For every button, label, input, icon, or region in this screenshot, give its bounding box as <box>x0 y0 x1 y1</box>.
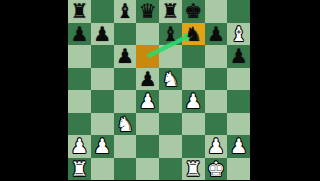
square-a2[interactable]: ♟ <box>68 135 91 158</box>
square-f4[interactable]: ♟ <box>182 90 205 113</box>
square-c5[interactable] <box>114 68 137 91</box>
square-c1[interactable] <box>114 158 137 181</box>
square-f6[interactable] <box>182 45 205 68</box>
black-queen-piece[interactable]: ♛ <box>136 0 159 23</box>
square-f2[interactable] <box>182 135 205 158</box>
black-pawn-piece[interactable]: ♟ <box>227 45 250 68</box>
square-b4[interactable] <box>91 90 114 113</box>
square-c4[interactable] <box>114 90 137 113</box>
square-b8[interactable] <box>91 0 114 23</box>
square-d2[interactable] <box>136 135 159 158</box>
square-f1[interactable]: ♜ <box>182 158 205 181</box>
square-g5[interactable] <box>205 68 228 91</box>
square-a3[interactable] <box>68 113 91 136</box>
square-b1[interactable] <box>91 158 114 181</box>
square-c2[interactable] <box>114 135 137 158</box>
letterbox-left-bar <box>0 0 68 180</box>
square-a5[interactable] <box>68 68 91 91</box>
black-rook-piece[interactable]: ♜ <box>68 0 91 23</box>
square-g1[interactable]: ♚ <box>205 158 228 181</box>
square-f3[interactable] <box>182 113 205 136</box>
square-c7[interactable] <box>114 23 137 46</box>
square-f8[interactable]: ♚ <box>182 0 205 23</box>
square-a4[interactable] <box>68 90 91 113</box>
square-g7[interactable]: ♟ <box>205 23 228 46</box>
square-h2[interactable]: ♟ <box>227 135 250 158</box>
white-rook-piece[interactable]: ♜ <box>68 158 91 181</box>
square-e3[interactable] <box>159 113 182 136</box>
square-e4[interactable] <box>159 90 182 113</box>
square-e5[interactable]: ♞ <box>159 68 182 91</box>
white-king-piece[interactable]: ♚ <box>205 158 228 181</box>
square-d8[interactable]: ♛ <box>136 0 159 23</box>
white-pawn-piece[interactable]: ♟ <box>68 135 91 158</box>
white-rook-piece[interactable]: ♜ <box>182 158 205 181</box>
square-h4[interactable] <box>227 90 250 113</box>
square-c3[interactable]: ♞ <box>114 113 137 136</box>
square-g6[interactable] <box>205 45 228 68</box>
square-g2[interactable]: ♟ <box>205 135 228 158</box>
square-c6[interactable]: ♟ <box>114 45 137 68</box>
black-king-piece[interactable]: ♚ <box>182 0 205 23</box>
black-pawn-piece[interactable]: ♟ <box>205 23 228 46</box>
square-d6[interactable] <box>136 45 159 68</box>
square-f5[interactable] <box>182 68 205 91</box>
white-knight-piece[interactable]: ♞ <box>159 68 182 91</box>
black-pawn-piece[interactable]: ♟ <box>114 45 137 68</box>
square-h5[interactable] <box>227 68 250 91</box>
square-h7[interactable]: ♝ <box>227 23 250 46</box>
white-pawn-piece[interactable]: ♟ <box>227 135 250 158</box>
square-e2[interactable] <box>159 135 182 158</box>
video-frame: ♜♝♛♜♚♟♟♝♞♟♝♟♟♟♞♟♟♞♟♟♟♟♜♜♚ <box>0 0 320 180</box>
square-b7[interactable]: ♟ <box>91 23 114 46</box>
square-g8[interactable] <box>205 0 228 23</box>
square-d4[interactable]: ♟ <box>136 90 159 113</box>
square-b2[interactable]: ♟ <box>91 135 114 158</box>
white-bishop-piece[interactable]: ♝ <box>227 23 250 46</box>
black-bishop-piece[interactable]: ♝ <box>114 0 137 23</box>
square-d7[interactable] <box>136 23 159 46</box>
black-pawn-piece[interactable]: ♟ <box>68 23 91 46</box>
black-bishop-piece[interactable]: ♝ <box>159 23 182 46</box>
square-h6[interactable]: ♟ <box>227 45 250 68</box>
black-pawn-piece[interactable]: ♟ <box>136 68 159 91</box>
square-e8[interactable]: ♜ <box>159 0 182 23</box>
square-f7[interactable]: ♞ <box>182 23 205 46</box>
square-h8[interactable] <box>227 0 250 23</box>
chess-board: ♜♝♛♜♚♟♟♝♞♟♝♟♟♟♞♟♟♞♟♟♟♟♜♜♚ <box>68 0 250 180</box>
black-rook-piece[interactable]: ♜ <box>159 0 182 23</box>
square-g3[interactable] <box>205 113 228 136</box>
black-knight-piece[interactable]: ♞ <box>182 23 205 46</box>
white-knight-piece[interactable]: ♞ <box>114 113 137 136</box>
square-h3[interactable] <box>227 113 250 136</box>
square-d1[interactable] <box>136 158 159 181</box>
white-pawn-piece[interactable]: ♟ <box>136 90 159 113</box>
white-pawn-piece[interactable]: ♟ <box>205 135 228 158</box>
square-a1[interactable]: ♜ <box>68 158 91 181</box>
square-g4[interactable] <box>205 90 228 113</box>
black-pawn-piece[interactable]: ♟ <box>91 23 114 46</box>
letterbox-right-bar <box>250 0 320 180</box>
square-e6[interactable] <box>159 45 182 68</box>
square-b6[interactable] <box>91 45 114 68</box>
square-e7[interactable]: ♝ <box>159 23 182 46</box>
square-e1[interactable] <box>159 158 182 181</box>
white-pawn-piece[interactable]: ♟ <box>91 135 114 158</box>
square-a8[interactable]: ♜ <box>68 0 91 23</box>
square-b3[interactable] <box>91 113 114 136</box>
square-h1[interactable] <box>227 158 250 181</box>
square-d5[interactable]: ♟ <box>136 68 159 91</box>
square-c8[interactable]: ♝ <box>114 0 137 23</box>
square-a7[interactable]: ♟ <box>68 23 91 46</box>
square-a6[interactable] <box>68 45 91 68</box>
white-pawn-piece[interactable]: ♟ <box>182 90 205 113</box>
square-b5[interactable] <box>91 68 114 91</box>
square-d3[interactable] <box>136 113 159 136</box>
